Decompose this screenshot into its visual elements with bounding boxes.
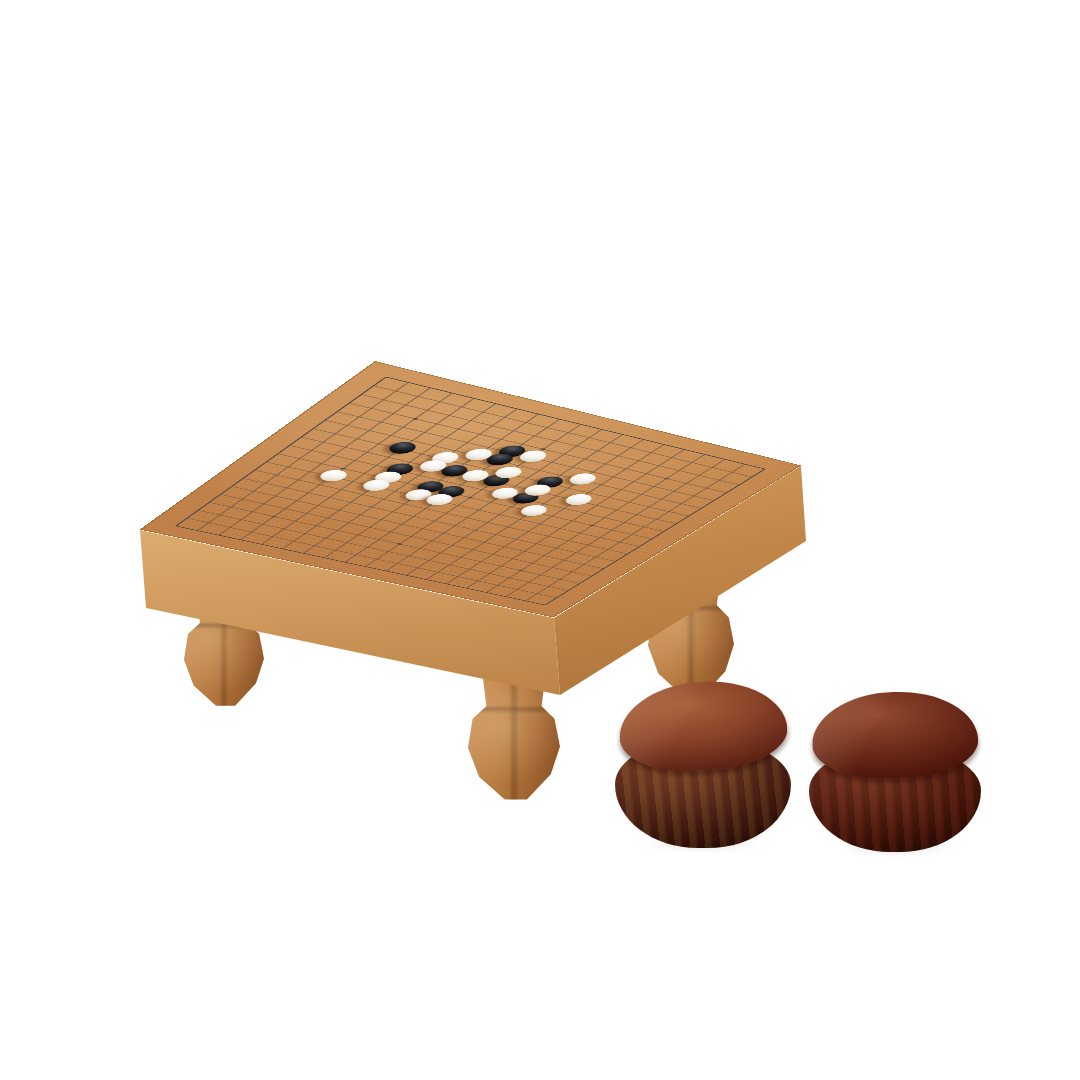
goban — [0, 0, 1080, 1080]
go-stone-bowl-left — [612, 682, 794, 852]
hoshi-point — [397, 543, 403, 545]
hoshi-point — [540, 448, 546, 451]
hoshi-point — [589, 524, 595, 526]
hoshi-point — [340, 467, 346, 470]
go-stone-bowl-right — [806, 692, 984, 856]
bowl-lid — [811, 689, 980, 781]
hoshi-point — [467, 496, 473, 498]
hoshi-point — [663, 477, 669, 479]
hoshi-point — [412, 417, 419, 420]
hoshi-point — [271, 515, 277, 517]
hoshi-point — [518, 569, 524, 571]
product-photo-stage — [0, 0, 1080, 1080]
goban-leg-front — [468, 676, 560, 802]
